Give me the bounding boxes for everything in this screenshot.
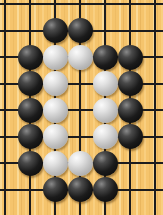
grid-line-vertical xyxy=(154,0,156,215)
stone-white xyxy=(68,45,93,70)
stone-white xyxy=(43,98,68,123)
stone-black xyxy=(68,18,93,43)
stone-white xyxy=(43,124,68,149)
stone-black xyxy=(93,45,118,70)
grid-line-vertical xyxy=(4,0,6,215)
stone-black xyxy=(118,124,143,149)
stone-black xyxy=(68,177,93,202)
stone-white xyxy=(68,151,93,176)
stone-black xyxy=(18,98,43,123)
stone-black xyxy=(18,124,43,149)
stone-black xyxy=(43,18,68,43)
stone-black xyxy=(43,177,68,202)
stone-black xyxy=(93,151,118,176)
stone-black xyxy=(18,151,43,176)
stone-white xyxy=(43,71,68,96)
stone-black xyxy=(118,98,143,123)
stone-black xyxy=(93,177,118,202)
go-app-screenshot xyxy=(0,0,163,215)
stone-white xyxy=(43,45,68,70)
stone-white xyxy=(93,71,118,96)
stone-white xyxy=(43,151,68,176)
stone-white xyxy=(93,124,118,149)
stone-black xyxy=(118,45,143,70)
stone-black xyxy=(18,71,43,96)
go-board[interactable] xyxy=(0,0,163,215)
stone-white xyxy=(93,98,118,123)
stone-black xyxy=(118,71,143,96)
stone-black xyxy=(18,45,43,70)
grid-line-horizontal xyxy=(0,3,163,5)
